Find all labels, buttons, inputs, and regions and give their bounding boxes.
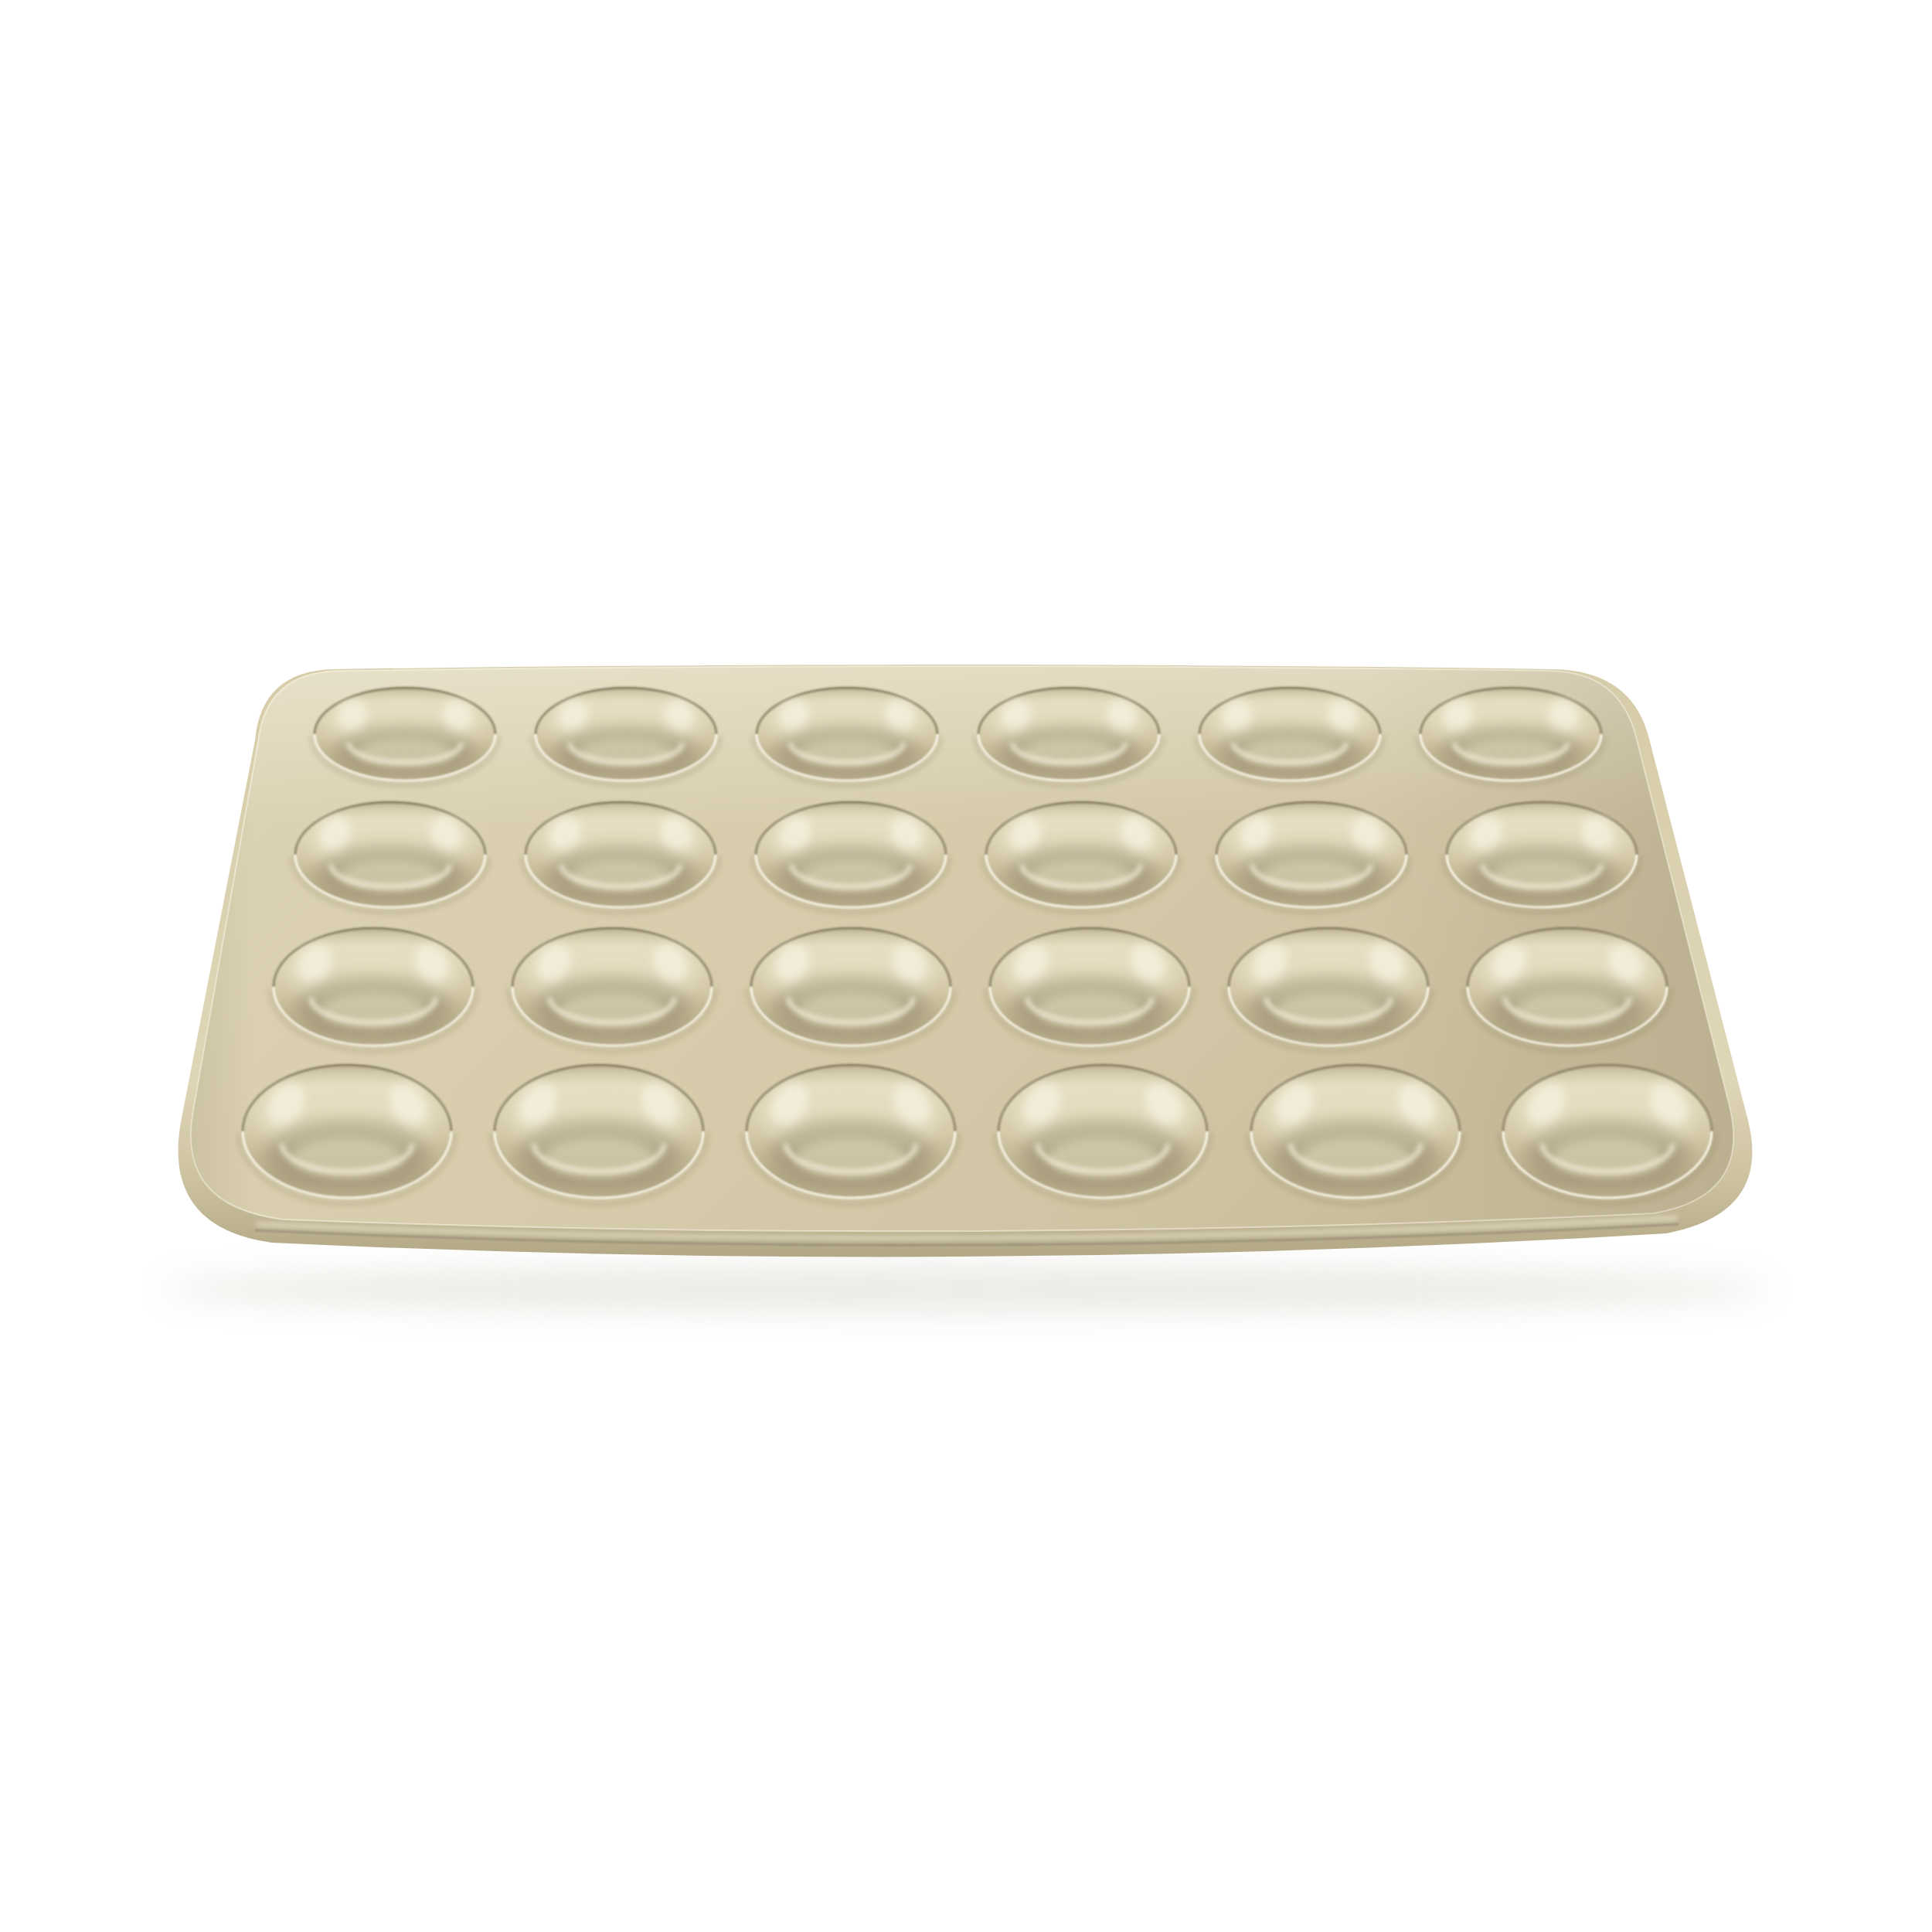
- muffin-cup: [753, 687, 940, 786]
- muffin-cup: [291, 801, 488, 913]
- muffin-cup: [532, 687, 719, 786]
- muffin-cup: [1196, 687, 1383, 786]
- muffin-cup: [975, 687, 1162, 786]
- muffin-cup: [270, 927, 477, 1052]
- product-photo-canvas: [0, 0, 1932, 1932]
- muffin-cup: [982, 801, 1179, 913]
- muffin-cup: [1225, 927, 1432, 1052]
- muffin-cup: [311, 687, 498, 786]
- muffin-cup: [743, 1064, 959, 1204]
- muffin-cup: [1443, 801, 1640, 913]
- muffin-cup: [986, 927, 1193, 1052]
- muffin-cup: [1247, 1064, 1464, 1204]
- muffin-cup: [1464, 927, 1671, 1052]
- muffin-cup: [1417, 687, 1604, 786]
- pan-top-surface: [155, 657, 1793, 1260]
- muffin-cup: [522, 801, 719, 913]
- muffin-cup: [509, 927, 716, 1052]
- muffin-cup: [1213, 801, 1410, 913]
- muffin-pan-image: [0, 0, 1932, 1932]
- muffin-cup: [491, 1064, 707, 1204]
- muffin-cup: [752, 801, 949, 913]
- muffin-cup: [747, 927, 954, 1052]
- drop-shadow: [162, 1266, 1770, 1312]
- muffin-cup: [1499, 1064, 1716, 1204]
- muffin-cup: [239, 1064, 455, 1204]
- muffin-cup: [995, 1064, 1211, 1204]
